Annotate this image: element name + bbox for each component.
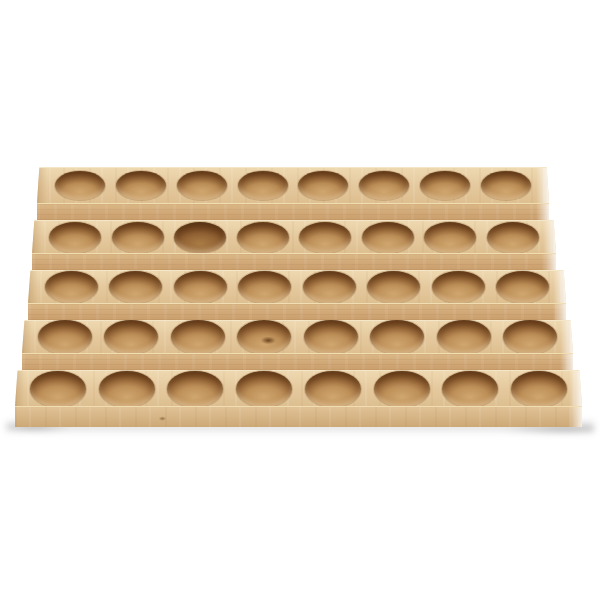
pit-r2-c8[interactable] (487, 222, 539, 253)
board-tier-4 (22, 320, 573, 371)
tier-top-face (22, 320, 573, 353)
pit-r3-c6[interactable] (367, 271, 420, 303)
board-tier-1 (37, 167, 549, 221)
pit-r2-c3[interactable] (174, 222, 226, 253)
pit-r1-c2[interactable] (116, 171, 166, 200)
pit-r4-c8[interactable] (503, 320, 557, 354)
pit-r3-c1[interactable] (45, 271, 98, 303)
pit-r2-c5[interactable] (299, 222, 351, 253)
tier-riser-face (32, 253, 556, 271)
pit-r1-c8[interactable] (481, 171, 531, 200)
mancala-board (0, 0, 600, 600)
board-tier-2 (32, 220, 556, 271)
pit-r3-c4[interactable] (238, 271, 291, 303)
pit-r2-c1[interactable] (49, 222, 101, 253)
pit-r5-c4[interactable] (236, 371, 292, 407)
pit-r4-c2[interactable] (104, 320, 158, 354)
pit-r4-c3[interactable] (171, 320, 225, 354)
pit-r5-c6[interactable] (374, 371, 430, 407)
pit-r4-c4[interactable] (237, 320, 291, 354)
pit-r5-c5[interactable] (305, 371, 361, 407)
pit-r2-c4[interactable] (237, 222, 289, 253)
pit-r3-c3[interactable] (174, 271, 227, 303)
board-tier-5 (15, 370, 582, 427)
pit-r1-c7[interactable] (420, 171, 470, 200)
tier-top-face (15, 370, 582, 406)
pit-r4-c7[interactable] (437, 320, 491, 354)
pit-r2-c7[interactable] (424, 222, 476, 253)
pit-r1-c3[interactable] (177, 171, 227, 200)
pit-r2-c6[interactable] (362, 222, 414, 253)
pit-r3-c2[interactable] (109, 271, 162, 303)
board-tier-3 (28, 270, 566, 321)
pit-r4-c5[interactable] (304, 320, 358, 354)
tier-riser-face (15, 406, 582, 427)
pit-r5-c3[interactable] (167, 371, 223, 407)
pit-r1-c5[interactable] (298, 171, 348, 200)
pit-r1-c1[interactable] (55, 171, 105, 200)
pit-r1-c6[interactable] (359, 171, 409, 200)
pit-r3-c8[interactable] (496, 271, 549, 303)
tier-riser-face (22, 353, 573, 371)
tier-top-face (37, 167, 549, 203)
pit-r3-c5[interactable] (303, 271, 356, 303)
tier-top-face (28, 270, 566, 303)
pit-r5-c7[interactable] (442, 371, 498, 407)
pit-r4-c6[interactable] (370, 320, 424, 354)
pit-r4-c1[interactable] (38, 320, 92, 354)
tier-top-face (32, 220, 556, 253)
photo-canvas (0, 0, 600, 600)
pit-r5-c1[interactable] (30, 371, 86, 407)
tier-riser-face (37, 203, 549, 221)
pit-r5-c8[interactable] (511, 371, 567, 407)
pit-r5-c2[interactable] (99, 371, 155, 407)
tier-riser-face (28, 303, 566, 321)
pit-r2-c2[interactable] (112, 222, 164, 253)
pit-r1-c4[interactable] (238, 171, 288, 200)
pit-r3-c7[interactable] (432, 271, 485, 303)
